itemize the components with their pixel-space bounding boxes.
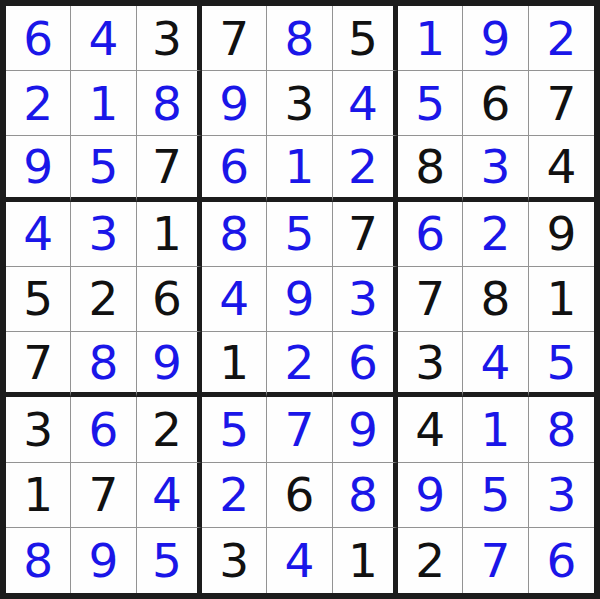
cell-value: 2 <box>415 537 445 584</box>
cell-r4c9[interactable]: 9 <box>529 202 594 267</box>
cell-r4c4[interactable]: 8 <box>202 202 267 267</box>
cell-value: 7 <box>219 15 249 62</box>
cell-value: 1 <box>89 80 119 127</box>
cell-value: 6 <box>481 80 511 127</box>
cell-r6c2[interactable]: 8 <box>71 332 136 397</box>
cell-value: 8 <box>285 15 315 62</box>
cell-value: 3 <box>23 406 53 453</box>
cell-r5c6[interactable]: 3 <box>333 267 398 332</box>
cell-value: 6 <box>415 210 445 257</box>
cell-value: 9 <box>219 80 249 127</box>
cell-r9c4[interactable]: 3 <box>202 528 267 593</box>
cell-r9c5[interactable]: 4 <box>267 528 332 593</box>
cell-value: 6 <box>89 406 119 453</box>
cell-value: 6 <box>152 275 182 322</box>
cell-r5c8[interactable]: 8 <box>463 267 528 332</box>
cell-r4c6[interactable]: 7 <box>333 202 398 267</box>
cell-r5c2[interactable]: 2 <box>71 267 136 332</box>
cell-value: 6 <box>219 143 249 190</box>
cell-r5c4[interactable]: 4 <box>202 267 267 332</box>
cell-r4c5[interactable]: 5 <box>267 202 332 267</box>
cell-r7c6[interactable]: 9 <box>333 397 398 462</box>
cell-r6c7[interactable]: 3 <box>398 332 463 397</box>
cell-r9c9[interactable]: 6 <box>529 528 594 593</box>
cell-value: 4 <box>415 406 445 453</box>
cell-r6c1[interactable]: 7 <box>6 332 71 397</box>
cell-r3c2[interactable]: 5 <box>71 136 136 201</box>
cell-value: 4 <box>152 471 182 518</box>
cell-r2c5[interactable]: 3 <box>267 71 332 136</box>
cell-r3c3[interactable]: 7 <box>137 136 202 201</box>
cell-value: 4 <box>546 143 576 190</box>
cell-r9c8[interactable]: 7 <box>463 528 528 593</box>
cell-value: 5 <box>89 143 119 190</box>
cell-r4c2[interactable]: 3 <box>71 202 136 267</box>
cell-r5c7[interactable]: 7 <box>398 267 463 332</box>
cell-value: 9 <box>285 275 315 322</box>
cell-value: 1 <box>152 210 182 257</box>
cell-r5c9[interactable]: 1 <box>529 267 594 332</box>
cell-value: 8 <box>481 275 511 322</box>
cell-r2c9[interactable]: 7 <box>529 71 594 136</box>
cell-r8c4[interactable]: 2 <box>202 463 267 528</box>
cell-value: 8 <box>89 339 119 386</box>
cell-r1c5[interactable]: 8 <box>267 6 332 71</box>
cell-value: 2 <box>89 275 119 322</box>
cell-r1c6[interactable]: 5 <box>333 6 398 71</box>
cell-value: 7 <box>285 406 315 453</box>
cell-r2c7[interactable]: 5 <box>398 71 463 136</box>
cell-r4c8[interactable]: 2 <box>463 202 528 267</box>
cell-r8c8[interactable]: 5 <box>463 463 528 528</box>
cell-value: 7 <box>546 80 576 127</box>
cell-value: 5 <box>546 339 576 386</box>
cell-r5c3[interactable]: 6 <box>137 267 202 332</box>
cell-value: 1 <box>481 406 511 453</box>
cell-r3c9[interactable]: 4 <box>529 136 594 201</box>
cell-r3c8[interactable]: 3 <box>463 136 528 201</box>
cell-value: 9 <box>481 15 511 62</box>
cell-value: 6 <box>23 15 53 62</box>
cell-value: 8 <box>152 80 182 127</box>
cell-value: 8 <box>23 537 53 584</box>
cell-value: 2 <box>152 406 182 453</box>
cell-value: 7 <box>89 471 119 518</box>
cell-r2c8[interactable]: 6 <box>463 71 528 136</box>
cell-value: 5 <box>219 406 249 453</box>
cell-r9c3[interactable]: 5 <box>137 528 202 593</box>
cell-r7c7[interactable]: 4 <box>398 397 463 462</box>
cell-value: 7 <box>415 275 445 322</box>
cell-r1c8[interactable]: 9 <box>463 6 528 71</box>
cell-value: 1 <box>415 15 445 62</box>
cell-value: 5 <box>152 537 182 584</box>
sudoku-app: 6437851922189345679576128344318576295264… <box>0 0 600 599</box>
cell-value: 8 <box>546 406 576 453</box>
cell-value: 5 <box>415 80 445 127</box>
cell-value: 8 <box>415 143 445 190</box>
cell-value: 5 <box>285 210 315 257</box>
cell-value: 4 <box>481 339 511 386</box>
cell-value: 9 <box>23 143 53 190</box>
cell-r8c1[interactable]: 1 <box>6 463 71 528</box>
cell-value: 5 <box>23 275 53 322</box>
cell-r3c7[interactable]: 8 <box>398 136 463 201</box>
cell-r2c2[interactable]: 1 <box>71 71 136 136</box>
cell-value: 9 <box>152 339 182 386</box>
cell-r2c1[interactable]: 2 <box>6 71 71 136</box>
cell-value: 7 <box>23 339 53 386</box>
cell-r9c7[interactable]: 2 <box>398 528 463 593</box>
cell-r1c4[interactable]: 7 <box>202 6 267 71</box>
cell-r5c5[interactable]: 9 <box>267 267 332 332</box>
cell-r3c4[interactable]: 6 <box>202 136 267 201</box>
cell-r6c3[interactable]: 9 <box>137 332 202 397</box>
cell-r5c1[interactable]: 5 <box>6 267 71 332</box>
cell-r7c9[interactable]: 8 <box>529 397 594 462</box>
cell-value: 3 <box>481 143 511 190</box>
cell-r2c6[interactable]: 4 <box>333 71 398 136</box>
cell-value: 7 <box>152 143 182 190</box>
cell-value: 6 <box>348 339 378 386</box>
cell-value: 9 <box>546 210 576 257</box>
cell-value: 6 <box>285 471 315 518</box>
cell-value: 7 <box>348 210 378 257</box>
cell-value: 9 <box>415 471 445 518</box>
cell-value: 3 <box>348 275 378 322</box>
cell-value: 1 <box>546 275 576 322</box>
cell-value: 2 <box>23 80 53 127</box>
cell-value: 3 <box>285 80 315 127</box>
cell-value: 4 <box>219 275 249 322</box>
cell-r3c5[interactable]: 1 <box>267 136 332 201</box>
cell-r7c8[interactable]: 1 <box>463 397 528 462</box>
cell-r8c2[interactable]: 7 <box>71 463 136 528</box>
cell-r7c2[interactable]: 6 <box>71 397 136 462</box>
cell-r1c7[interactable]: 1 <box>398 6 463 71</box>
cell-r7c5[interactable]: 7 <box>267 397 332 462</box>
cell-value: 9 <box>348 406 378 453</box>
cell-r6c6[interactable]: 6 <box>333 332 398 397</box>
cell-value: 1 <box>348 537 378 584</box>
cell-r6c8[interactable]: 4 <box>463 332 528 397</box>
cell-r4c3[interactable]: 1 <box>137 202 202 267</box>
cell-value: 2 <box>285 339 315 386</box>
cell-value: 7 <box>481 537 511 584</box>
cell-r6c9[interactable]: 5 <box>529 332 594 397</box>
cell-value: 2 <box>219 471 249 518</box>
cell-value: 2 <box>348 143 378 190</box>
cell-r9c6[interactable]: 1 <box>333 528 398 593</box>
cell-r7c3[interactable]: 2 <box>137 397 202 462</box>
cell-value: 4 <box>348 80 378 127</box>
cell-value: 4 <box>285 537 315 584</box>
cell-r8c9[interactable]: 3 <box>529 463 594 528</box>
cell-value: 1 <box>23 471 53 518</box>
cell-r4c1[interactable]: 4 <box>6 202 71 267</box>
cell-value: 3 <box>546 471 576 518</box>
cell-r1c2[interactable]: 4 <box>71 6 136 71</box>
cell-value: 3 <box>415 339 445 386</box>
cell-r9c1[interactable]: 8 <box>6 528 71 593</box>
cell-r1c1[interactable]: 6 <box>6 6 71 71</box>
cell-value: 8 <box>348 471 378 518</box>
cell-r4c7[interactable]: 6 <box>398 202 463 267</box>
cell-r1c3[interactable]: 3 <box>137 6 202 71</box>
cell-r3c1[interactable]: 9 <box>6 136 71 201</box>
cell-value: 4 <box>89 15 119 62</box>
cell-value: 9 <box>89 537 119 584</box>
cell-value: 3 <box>219 537 249 584</box>
cell-value: 3 <box>89 210 119 257</box>
cell-value: 8 <box>219 210 249 257</box>
cell-r6c5[interactable]: 2 <box>267 332 332 397</box>
cell-r7c4[interactable]: 5 <box>202 397 267 462</box>
sudoku-board: 6437851922189345679576128344318576295264… <box>0 0 600 599</box>
cell-value: 2 <box>481 210 511 257</box>
cell-value: 5 <box>481 471 511 518</box>
cell-r9c2[interactable]: 9 <box>71 528 136 593</box>
cell-r8c7[interactable]: 9 <box>398 463 463 528</box>
cell-r8c5[interactable]: 6 <box>267 463 332 528</box>
cell-r8c3[interactable]: 4 <box>137 463 202 528</box>
cell-value: 2 <box>546 15 576 62</box>
cell-value: 4 <box>23 210 53 257</box>
cell-r1c9[interactable]: 2 <box>529 6 594 71</box>
cell-value: 6 <box>546 537 576 584</box>
cell-r2c4[interactable]: 9 <box>202 71 267 136</box>
cell-value: 1 <box>285 143 315 190</box>
cell-r3c6[interactable]: 2 <box>333 136 398 201</box>
cell-value: 5 <box>348 15 378 62</box>
cell-value: 3 <box>152 15 182 62</box>
cell-r8c6[interactable]: 8 <box>333 463 398 528</box>
cell-value: 1 <box>219 339 249 386</box>
cell-r6c4[interactable]: 1 <box>202 332 267 397</box>
cell-r7c1[interactable]: 3 <box>6 397 71 462</box>
cell-r2c3[interactable]: 8 <box>137 71 202 136</box>
